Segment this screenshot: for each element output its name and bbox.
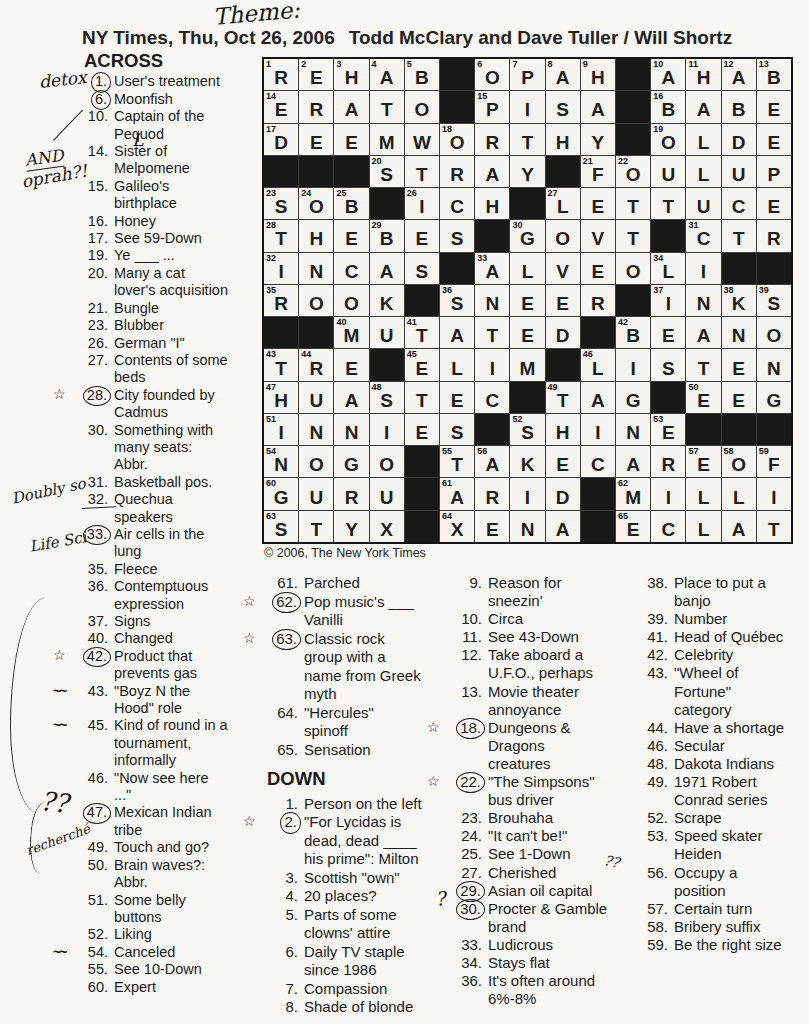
grid-cell-r7c2[interactable]: N	[299, 253, 333, 284]
cell-letter: O	[299, 195, 333, 219]
grid-cell-r6c11[interactable]: T	[616, 220, 650, 251]
clue-text: Ludicrous	[488, 936, 634, 954]
grid-cell-r3c1[interactable]: 17D	[264, 124, 298, 155]
grid-cell-r12c11[interactable]: N	[616, 414, 650, 445]
grid-cell-r13c6[interactable]: 55T	[440, 446, 474, 477]
grid-cell-r9c4[interactable]: U	[370, 317, 404, 348]
grid-cell-r13c11[interactable]: A	[616, 446, 650, 477]
clue-number: 28.	[62, 387, 108, 422]
grid-cell-r10c15[interactable]: N	[757, 349, 791, 380]
grid-cell-r7c7[interactable]: 33A	[475, 253, 509, 284]
cell-letter: C	[686, 227, 720, 251]
cell-letter: K	[370, 292, 404, 316]
grid-cell-r7c13[interactable]: I	[686, 253, 720, 284]
clue-61: 61.Parched	[252, 574, 462, 593]
cell-letter: E	[546, 292, 580, 316]
grid-cell-r1c14[interactable]: 12A	[722, 59, 756, 90]
grid-cell-r10c7[interactable]: I	[475, 349, 509, 380]
grid-cell-r5c7[interactable]: H	[475, 188, 509, 219]
clue-number: 9.	[436, 574, 482, 610]
grid-cell-r3c7[interactable]: R	[475, 124, 509, 155]
grid-cell-r15c3[interactable]: Y	[334, 511, 368, 542]
grid-cell-r15c1[interactable]: 63S	[264, 511, 298, 542]
clue-number: 4.	[252, 887, 298, 906]
handwritten-note: Theme:	[212, 0, 301, 30]
grid-cell-r2c13[interactable]: A	[686, 91, 720, 122]
grid-cell-r12c12[interactable]: 53E	[651, 414, 685, 445]
cell-letter: S	[370, 389, 404, 413]
grid-cell-r13c2[interactable]: O	[299, 446, 333, 477]
grid-cell-r10c6[interactable]: L	[440, 349, 474, 380]
grid-cell-r9c3[interactable]: 40M	[334, 317, 368, 348]
cell-letter: C	[651, 518, 685, 542]
clue-number: 65.	[252, 741, 298, 760]
clue-number: 23.	[436, 809, 482, 827]
grid-cell-r2c4[interactable]: T	[370, 91, 404, 122]
grid-cell-r7c8[interactable]: L	[510, 253, 544, 284]
grid-cell-r1c11	[616, 59, 650, 90]
grid-cell-r3c10[interactable]: Y	[581, 124, 615, 155]
clue-number: 17.	[62, 230, 108, 247]
grid-cell-r8c2[interactable]: O	[299, 285, 333, 316]
grid-cell-r3c15[interactable]: E	[757, 124, 791, 155]
grid-cell-r5c1[interactable]: 23S	[264, 188, 298, 219]
cell-letter: L	[722, 485, 756, 509]
grid-cell-r5c6[interactable]: C	[440, 188, 474, 219]
grid-cell-r15c9[interactable]: A	[546, 511, 580, 542]
cell-letter: A	[722, 66, 756, 90]
grid-cell-r1c8[interactable]: 7P	[510, 59, 544, 90]
grid-cell-r14c8[interactable]: I	[510, 478, 544, 509]
grid-cell-r2c8[interactable]: I	[510, 91, 544, 122]
clue-30: 30.Procter & Gamble brand	[436, 900, 634, 936]
grid-cell-r1c10[interactable]: 9H	[581, 59, 615, 90]
grid-cell-r11c4[interactable]: 48S	[370, 382, 404, 413]
clue-16: 16.Honey	[62, 213, 266, 230]
clue-number: 46.	[622, 737, 668, 755]
cell-letter: R	[334, 485, 368, 509]
grid-cell-r10c1[interactable]: 43T	[264, 349, 298, 380]
grid-cell-r6c9[interactable]: O	[546, 220, 580, 251]
clue-number: 11.	[436, 628, 482, 646]
star-mark-icon: ☆	[243, 629, 256, 648]
grid-cell-r3c3[interactable]: E	[334, 124, 368, 155]
grid-cell-r3c13[interactable]: L	[686, 124, 720, 155]
clue-12: 12.Take aboard a U.F.O., perhaps	[436, 646, 634, 682]
grid-cell-r7c3[interactable]: C	[334, 253, 368, 284]
grid-cell-r14c11[interactable]: 62M	[616, 478, 650, 509]
grid-cell-r11c8	[510, 382, 544, 413]
grid-cell-r13c7[interactable]: 56A	[475, 446, 509, 477]
grid-cell-r8c4[interactable]: K	[370, 285, 404, 316]
grid-cell-r8c12[interactable]: 37I	[651, 285, 685, 316]
grid-cell-r3c14[interactable]: D	[722, 124, 756, 155]
grid-cell-r11c7[interactable]: C	[475, 382, 509, 413]
clue-text: Many a cat lover's acquisition	[114, 265, 266, 300]
grid-cell-r2c3[interactable]: A	[334, 91, 368, 122]
grid-cell-r7c1[interactable]: 32I	[264, 253, 298, 284]
cell-letter: T	[264, 227, 298, 251]
across-continued-and-down-clues-column: 61.Parched☆62.Pop music's ___ Vanilli☆63…	[252, 574, 462, 1017]
grid-cell-r4c3	[334, 156, 368, 187]
clue-34: 34.Stays flat	[436, 954, 634, 972]
grid-cell-r15c2[interactable]: T	[299, 511, 333, 542]
clue-59: 59.Be the right size	[622, 936, 808, 954]
grid-cell-r15c6[interactable]: 64X	[440, 511, 474, 542]
grid-cell-r14c13[interactable]: L	[686, 478, 720, 509]
grid-cell-r8c14[interactable]: 38K	[722, 285, 756, 316]
grid-cell-r12c8[interactable]: 52S	[510, 414, 544, 445]
clue-text: Blubber	[114, 317, 266, 334]
grid-cell-r7c5[interactable]: S	[405, 253, 439, 284]
grid-cell-r15c13[interactable]: L	[686, 511, 720, 542]
grid-cell-r11c9[interactable]: 49T	[546, 382, 580, 413]
grid-cell-r4c4[interactable]: 20S	[370, 156, 404, 187]
cell-letter: C	[722, 195, 756, 219]
grid-cell-r5c11[interactable]: T	[616, 188, 650, 219]
grid-cell-r3c8[interactable]: T	[510, 124, 544, 155]
clue-number: 42.	[622, 646, 668, 664]
grid-cell-r3c9[interactable]: H	[546, 124, 580, 155]
clue-text: Stays flat	[488, 954, 634, 972]
grid-cell-r9c6[interactable]: A	[440, 317, 474, 348]
grid-cell-r6c15[interactable]: R	[757, 220, 791, 251]
grid-cell-r11c15[interactable]: G	[757, 382, 791, 413]
grid-cell-r14c5	[405, 478, 439, 509]
grid-cell-r4c1	[264, 156, 298, 187]
clue-65: 65.Sensation	[252, 741, 462, 760]
clue-46: 46."Now see here ..."	[62, 770, 266, 805]
clue-number: 54.	[62, 944, 108, 961]
grid-cell-r5c15[interactable]: E	[757, 188, 791, 219]
grid-cell-r12c4[interactable]: I	[370, 414, 404, 445]
clue-35: 35.Fleece	[62, 561, 266, 578]
cell-letter: H	[264, 389, 298, 413]
circle-mark: 18.	[456, 718, 485, 739]
grid-cell-r6c10[interactable]: V	[581, 220, 615, 251]
grid-cell-r5c2[interactable]: 24O	[299, 188, 333, 219]
cell-letter: P	[757, 163, 791, 187]
grid-cell-r10c5[interactable]: 45E	[405, 349, 439, 380]
grid-cell-r13c14[interactable]: 58O	[722, 446, 756, 477]
grid-cell-r14c12[interactable]: I	[651, 478, 685, 509]
grid-cell-r15c14[interactable]: A	[722, 511, 756, 542]
cell-letter: N	[616, 421, 650, 445]
grid-cell-r6c6[interactable]: S	[440, 220, 474, 251]
grid-cell-r5c14[interactable]: C	[722, 188, 756, 219]
grid-cell-r2c9[interactable]: S	[546, 91, 580, 122]
grid-cell-r14c15[interactable]: I	[757, 478, 791, 509]
grid-cell-r14c2[interactable]: U	[299, 478, 333, 509]
grid-cell-r1c2[interactable]: 2E	[299, 59, 333, 90]
grid-cell-r9c8[interactable]: E	[510, 317, 544, 348]
grid-cell-r6c1[interactable]: 28T	[264, 220, 298, 251]
title-bar: NY Times, Thu, Oct 26, 2006Todd McClary …	[82, 27, 732, 49]
grid-cell-r13c15[interactable]: 59F	[757, 446, 791, 477]
grid-cell-r4c5[interactable]: T	[405, 156, 439, 187]
grid-cell-r11c10[interactable]: A	[581, 382, 615, 413]
cell-letter: U	[686, 195, 720, 219]
grid-cell-r1c1[interactable]: 1R	[264, 59, 298, 90]
grid-cell-r1c4[interactable]: 4A	[370, 59, 404, 90]
grid-cell-r14c6[interactable]: 61A	[440, 478, 474, 509]
grid-cell-r5c9[interactable]: 27L	[546, 188, 580, 219]
grid-cell-r6c4[interactable]: 29B	[370, 220, 404, 251]
grid-cell-r4c9	[546, 156, 580, 187]
grid-cell-r14c14[interactable]: L	[722, 478, 756, 509]
clue-number: 57.	[622, 900, 668, 918]
clue-text: Secular	[674, 737, 808, 755]
cell-letter: O	[299, 453, 333, 477]
grid-cell-r7c12[interactable]: 34L	[651, 253, 685, 284]
grid-cell-r6c3[interactable]: E	[334, 220, 368, 251]
grid-cell-r15c7[interactable]: E	[475, 511, 509, 542]
cell-letter: A	[475, 453, 509, 477]
grid-cell-r4c8[interactable]: Y	[510, 156, 544, 187]
clue-37: 37.Signs	[62, 613, 266, 630]
grid-cell-r1c12[interactable]: 10A	[651, 59, 685, 90]
grid-cell-r11c12	[651, 382, 685, 413]
grid-cell-r4c7[interactable]: A	[475, 156, 509, 187]
grid-cell-r9c15[interactable]: O	[757, 317, 791, 348]
grid-cell-r11c5[interactable]: T	[405, 382, 439, 413]
clue-number: 64.	[252, 704, 298, 741]
clue-text: 1971 Robert Conrad series	[674, 773, 808, 809]
grid-cell-r4c15[interactable]: P	[757, 156, 791, 187]
grid-cell-r10c10[interactable]: 46L	[581, 349, 615, 380]
grid-cell-r6c8[interactable]: 30G	[510, 220, 544, 251]
cell-letter: E	[405, 227, 439, 251]
grid-cell-r13c9[interactable]: E	[546, 446, 580, 477]
star-mark-icon: ☆	[53, 386, 66, 403]
cell-letter: E	[581, 260, 615, 284]
grid-cell-r3c12[interactable]: 19O	[651, 124, 685, 155]
grid-cell-r9c5[interactable]: 41T	[405, 317, 439, 348]
clue-text: See 10-Down	[114, 961, 266, 978]
grid-cell-r12c1[interactable]: 51I	[264, 414, 298, 445]
grid-cell-r4c13[interactable]: L	[686, 156, 720, 187]
grid-cell-r1c13[interactable]: 11H	[686, 59, 720, 90]
cell-letter: A	[475, 260, 509, 284]
grid-cell-r4c11[interactable]: 22O	[616, 156, 650, 187]
grid-cell-r2c2[interactable]: R	[299, 91, 333, 122]
grid-cell-r8c3[interactable]: O	[334, 285, 368, 316]
grid-cell-r11c1[interactable]: 47H	[264, 382, 298, 413]
grid-cell-r13c10[interactable]: C	[581, 446, 615, 477]
grid-cell-r5c13[interactable]: U	[686, 188, 720, 219]
grid-cell-r13c1[interactable]: 54N	[264, 446, 298, 477]
grid-cell-r2c5[interactable]: O	[405, 91, 439, 122]
grid-cell-r11c14[interactable]: E	[722, 382, 756, 413]
clue-number: 55.	[62, 961, 108, 978]
grid-cell-r1c6	[440, 59, 474, 90]
clue-text: "The Simpsons" bus driver	[488, 773, 634, 809]
cell-letter: N	[757, 356, 791, 380]
cell-letter: D	[546, 485, 580, 509]
cell-letter: K	[722, 292, 756, 316]
grid-cell-r3c4[interactable]: M	[370, 124, 404, 155]
grid-cell-r12c9[interactable]: H	[546, 414, 580, 445]
cell-letter: S	[651, 356, 685, 380]
clue-number: 48.	[622, 755, 668, 773]
grid-cell-r8c1[interactable]: 35R	[264, 285, 298, 316]
clue-text: Bungle	[114, 300, 266, 317]
clue-number: 44.	[622, 719, 668, 737]
grid-cell-r11c2[interactable]: U	[299, 382, 333, 413]
grid-cell-r2c15[interactable]: E	[757, 91, 791, 122]
grid-cell-r5c4	[370, 188, 404, 219]
grid-cell-r8c13[interactable]: N	[686, 285, 720, 316]
grid-cell-r9c7[interactable]: T	[475, 317, 509, 348]
clue-19: 19.Ye ___ ...	[62, 247, 266, 264]
cell-letter: I	[686, 260, 720, 284]
clue-text: It's often around 6%-8%	[488, 972, 634, 1008]
grid-cell-r10c12[interactable]: S	[651, 349, 685, 380]
clue-49: 49.1971 Robert Conrad series	[622, 773, 808, 809]
grid-cell-r14c4[interactable]: U	[370, 478, 404, 509]
grid-cell-r9c11[interactable]: 42B	[616, 317, 650, 348]
clue-39: 39.Number	[622, 610, 808, 628]
cell-letter: I	[616, 356, 650, 380]
grid-cell-r8c10[interactable]: R	[581, 285, 615, 316]
cell-letter: B	[722, 98, 756, 122]
grid-cell-r9c9[interactable]: D	[546, 317, 580, 348]
grid-cell-r7c10[interactable]: E	[581, 253, 615, 284]
grid-cell-r11c6[interactable]: E	[440, 382, 474, 413]
cell-letter: R	[475, 131, 509, 155]
grid-cell-r14c1[interactable]: 60G	[264, 478, 298, 509]
puzzle-title: NY Times, Thu, Oct 26, 2006	[82, 27, 335, 48]
grid-cell-r8c7[interactable]: N	[475, 285, 509, 316]
cell-letter: E	[686, 453, 720, 477]
grid-cell-r13c12[interactable]: R	[651, 446, 685, 477]
grid-cell-r7c11[interactable]: O	[616, 253, 650, 284]
grid-cell-r12c5[interactable]: E	[405, 414, 439, 445]
grid-cell-r2c7[interactable]: 15P	[475, 91, 509, 122]
grid-cell-r8c6[interactable]: 36S	[440, 285, 474, 316]
grid-cell-r13c13[interactable]: 57E	[686, 446, 720, 477]
grid-cell-r13c3[interactable]: G	[334, 446, 368, 477]
cell-letter: A	[651, 66, 685, 90]
cell-letter: G	[616, 389, 650, 413]
grid-cell-r2c12[interactable]: 16B	[651, 91, 685, 122]
cell-letter: T	[370, 98, 404, 122]
grid-cell-r9c14[interactable]: N	[722, 317, 756, 348]
grid-cell-r12c3[interactable]: N	[334, 414, 368, 445]
cell-letter: L	[686, 131, 720, 155]
grid-cell-r6c2[interactable]: H	[299, 220, 333, 251]
grid-cell-r4c10[interactable]: 21F	[581, 156, 615, 187]
cell-letter: S	[440, 292, 474, 316]
grid-cell-r12c15	[757, 414, 791, 445]
circle-mark: 30.	[456, 899, 485, 920]
grid-cell-r4c12[interactable]: U	[651, 156, 685, 187]
clue-number: 60.	[62, 979, 108, 996]
grid-cell-r10c14[interactable]: E	[722, 349, 756, 380]
clue-number: 58.	[622, 918, 668, 936]
grid-cell-r11c11[interactable]: G	[616, 382, 650, 413]
grid-cell-r14c7[interactable]: R	[475, 478, 509, 509]
grid-cell-r11c13[interactable]: 50E	[686, 382, 720, 413]
grid-cell-r4c6[interactable]: R	[440, 156, 474, 187]
grid-cell-r13c8[interactable]: K	[510, 446, 544, 477]
clue-text: Canceled	[114, 944, 266, 961]
grid-cell-r3c2[interactable]: E	[299, 124, 333, 155]
grid-cell-r1c15[interactable]: 13B	[757, 59, 791, 90]
grid-cell-r2c1[interactable]: 14E	[264, 91, 298, 122]
grid-cell-r10c13[interactable]: T	[686, 349, 720, 380]
clue-number: 26.	[62, 335, 108, 352]
grid-cell-r2c10[interactable]: A	[581, 91, 615, 122]
grid-cell-r9c12[interactable]: E	[651, 317, 685, 348]
grid-cell-r4c14[interactable]: U	[722, 156, 756, 187]
cell-letter: S	[370, 163, 404, 187]
grid-cell-r10c3[interactable]: E	[334, 349, 368, 380]
cell-letter: G	[334, 453, 368, 477]
grid-cell-r8c11	[616, 285, 650, 316]
grid-cell-r10c11[interactable]: I	[616, 349, 650, 380]
scanned-crossword-page: NY Times, Thu, Oct 26, 2006Todd McClary …	[0, 0, 809, 1024]
grid-cell-r14c9[interactable]: D	[546, 478, 580, 509]
grid-cell-r15c12[interactable]: C	[651, 511, 685, 542]
grid-cell-r11c3[interactable]: A	[334, 382, 368, 413]
grid-cell-r14c3[interactable]: R	[334, 478, 368, 509]
grid-cell-r1c9[interactable]: 8A	[546, 59, 580, 90]
grid-cell-r8c15[interactable]: 39S	[757, 285, 791, 316]
grid-cell-r3c6[interactable]: 18O	[440, 124, 474, 155]
grid-cell-r1c5[interactable]: 5B	[405, 59, 439, 90]
grid-cell-r7c9[interactable]: V	[546, 253, 580, 284]
grid-cell-r15c4[interactable]: X	[370, 511, 404, 542]
grid-cell-r7c4[interactable]: A	[370, 253, 404, 284]
grid-cell-r1c3[interactable]: 3H	[334, 59, 368, 90]
grid-cell-r5c3[interactable]: 25B	[334, 188, 368, 219]
cell-letter: B	[651, 98, 685, 122]
cell-letter: E	[405, 421, 439, 445]
cell-letter: I	[651, 292, 685, 316]
grid-cell-r5c5[interactable]: 26I	[405, 188, 439, 219]
cell-letter: C	[581, 453, 615, 477]
grid-cell-r15c15[interactable]: T	[757, 511, 791, 542]
grid-cell-r9c13[interactable]: A	[686, 317, 720, 348]
grid-cell-r15c8[interactable]: N	[510, 511, 544, 542]
grid-cell-r6c14[interactable]: T	[722, 220, 756, 251]
clue-text: Asian oil capital	[488, 882, 634, 900]
grid-cell-r5c12[interactable]: T	[651, 188, 685, 219]
grid-cell-r1c7[interactable]: 6O	[475, 59, 509, 90]
grid-cell-r13c4[interactable]: O	[370, 446, 404, 477]
grid-cell-r12c10[interactable]: I	[581, 414, 615, 445]
grid-cell-r10c8[interactable]: M	[510, 349, 544, 380]
grid-cell-r12c6[interactable]: S	[440, 414, 474, 445]
grid-cell-r12c2[interactable]: N	[299, 414, 333, 445]
grid-cell-r2c14[interactable]: B	[722, 91, 756, 122]
clue-text: Kind of round in a tournament, informall…	[114, 717, 266, 769]
cell-letter: E	[616, 518, 650, 542]
clue-text: Expert	[114, 979, 266, 996]
grid-cell-r5c10[interactable]: E	[581, 188, 615, 219]
across-header: ACROSS	[84, 52, 266, 69]
grid-cell-r8c8[interactable]: E	[510, 285, 544, 316]
grid-cell-r6c13[interactable]: 31C	[686, 220, 720, 251]
grid-cell-r3c5[interactable]: W	[405, 124, 439, 155]
grid-cell-r15c11[interactable]: 65E	[616, 511, 650, 542]
grid-cell-r10c2[interactable]: 44R	[299, 349, 333, 380]
grid-cell-r6c5[interactable]: E	[405, 220, 439, 251]
grid-cell-r8c9[interactable]: E	[546, 285, 580, 316]
clue-48: 48.Dakota Indians	[622, 755, 808, 773]
cell-letter: R	[475, 485, 509, 509]
